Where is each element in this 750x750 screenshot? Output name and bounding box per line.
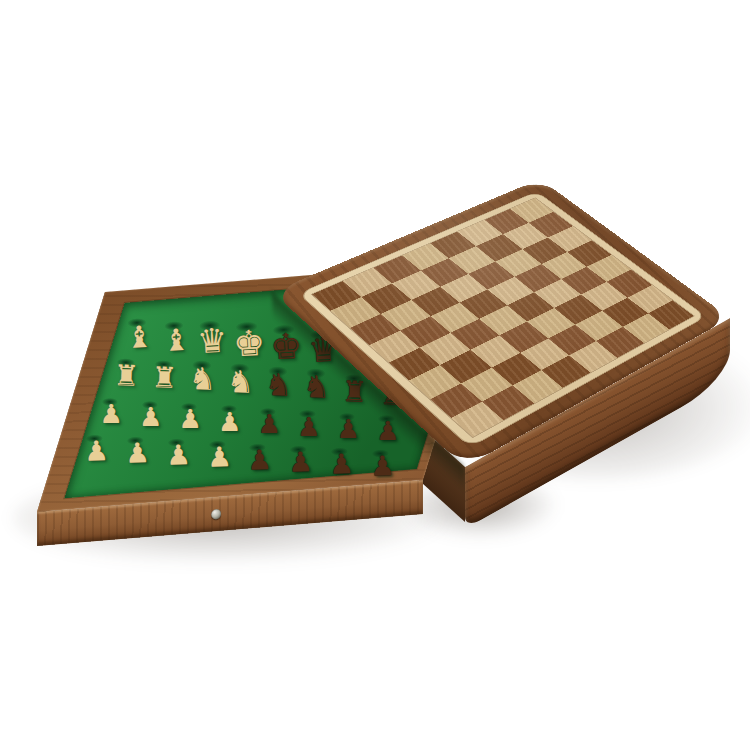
tray-piece-bQ-r1c6: ♛: [307, 333, 339, 368]
tray-piece-bP-r3c7: ♟: [336, 416, 359, 442]
board-square-r0c7: [510, 198, 554, 223]
board-square-r3c6: [541, 252, 586, 279]
tray-piece-wP-r3c1: ♟: [100, 401, 123, 427]
tray-piece-wB-r1c2: ♝: [162, 325, 190, 356]
board-square-r7c5: [596, 327, 644, 358]
chessboard-lid: [272, 179, 730, 467]
board-square-r5c3: [499, 322, 548, 353]
board-square-r1c4: [449, 246, 495, 273]
tray-piece-wP-r3c3: ♟: [179, 406, 202, 432]
board-square-r0c5: [458, 220, 503, 246]
board-square-r3c3: [459, 289, 507, 319]
board-square-r5c0: [409, 365, 461, 399]
board-square-r4c4: [507, 292, 554, 322]
tray-piece-bB-r1c7: ♝: [345, 340, 373, 371]
board-square-r5c6: [581, 282, 627, 311]
board-square-r6c2: [491, 353, 541, 386]
tray-piece-bN-r2c5: ♞: [264, 369, 292, 401]
magnetic-snap-button: [211, 508, 221, 519]
tray-piece-wR-r2c1: ♜: [113, 361, 140, 390]
pieces-layer: ♝♝♛♚♚♛♝♝♜♜♞♞♞♞♜♜♟♟♟♟♟♟♟♟♟♟♟♟♟♟♟♟: [0, 0, 750, 750]
board-square-r7c3: [541, 355, 590, 388]
board-square-r2c0: [350, 314, 400, 345]
board-square-r7c0: [451, 401, 504, 437]
board-square-r4c6: [561, 267, 607, 295]
board-square-r1c2: [392, 271, 440, 300]
board-square-r1c0: [331, 297, 381, 328]
tray-piece-wR-r2c2: ♜: [151, 363, 178, 392]
tray-piece-wP-r4c4: ♟: [206, 443, 232, 471]
tray-piece-wP-r3c4: ♟: [218, 409, 241, 435]
drawer-tray: [37, 260, 491, 512]
lid-sheen: [272, 179, 730, 467]
tray-piece-bK-r1c5: ♚: [269, 328, 302, 365]
board-square-r1c6: [503, 223, 548, 249]
board-square-r5c5: [555, 295, 602, 324]
board-square-r7c4: [569, 341, 618, 373]
box-ground-shadow: [420, 320, 750, 480]
tray-piece-bP-r3c8: ♟: [376, 418, 399, 444]
board-square-r2c7: [547, 226, 591, 252]
board-square-r4c3: [479, 305, 527, 335]
drawer-front-face: [37, 480, 423, 546]
board-square-r2c4: [468, 261, 515, 289]
board-square-r3c0: [369, 330, 420, 362]
board-square-r1c7: [529, 212, 573, 237]
tray-piece-wN-r2c4: ♞: [226, 367, 254, 399]
tray-piece-bN-r2c6: ♞: [302, 372, 330, 404]
board-square-r6c7: [627, 285, 673, 314]
tray-ground-shadow: [12, 468, 462, 568]
board-square-r7c1: [482, 385, 533, 420]
tray-piece-bR-r2c8: ♜: [379, 380, 406, 409]
board-square-r7c6: [622, 313, 669, 343]
board-square-r4c2: [450, 319, 499, 350]
box-right-side-face: [465, 318, 730, 529]
drawer-left-side-face: [37, 292, 105, 540]
maple-frame-strip: [298, 191, 707, 447]
board-square-r0c6: [484, 209, 528, 235]
board-square-r5c4: [527, 308, 575, 338]
tray-piece-wP-r4c1: ♟: [84, 437, 110, 465]
tray-piece-wB-r1c1: ♝: [125, 322, 153, 353]
board-square-r1c3: [421, 258, 468, 286]
board-square-r0c2: [373, 255, 421, 283]
board-square-r0c3: [402, 243, 449, 271]
board-square-r4c1: [420, 333, 470, 365]
board-square-r5c1: [440, 350, 491, 383]
board-square-r0c1: [343, 268, 392, 297]
tray-piece-bB-r1c8: ♝: [382, 343, 410, 374]
board-square-r7c7: [648, 300, 694, 329]
tray-piece-wQ-r1c3: ♛: [197, 324, 229, 359]
board-square-r1c5: [476, 234, 522, 261]
lid-board: [312, 198, 694, 437]
tray-piece-bP-r4c8: ♟: [370, 452, 396, 480]
board-square-r2c2: [411, 287, 459, 317]
board-square-r6c5: [575, 311, 622, 341]
board-square-r1c1: [362, 284, 411, 314]
board-square-r6c4: [548, 324, 596, 355]
board-square-r6c6: [601, 298, 647, 327]
felt-lining: [64, 274, 477, 498]
tray-piece-wP-r4c3: ♟: [165, 441, 191, 469]
board-square-r6c0: [430, 383, 482, 418]
board-square-r2c6: [522, 237, 567, 264]
tray-piece-bP-r3c5: ♟: [257, 411, 280, 437]
board-square-r5c7: [606, 270, 651, 298]
corner-ground-shadow: [400, 470, 560, 540]
board-square-r7c2: [512, 370, 562, 404]
board-square-r0c4: [430, 232, 476, 259]
tray-piece-wK-r1c4: ♚: [232, 325, 265, 362]
board-square-r2c3: [440, 274, 488, 303]
tray-piece-wN-r2c3: ♞: [188, 364, 216, 396]
board-square-r4c5: [534, 279, 581, 308]
box-left-side-face: [272, 292, 465, 522]
board-square-r6c3: [520, 338, 569, 370]
board-square-r2c5: [495, 249, 541, 276]
board-square-r3c7: [567, 240, 612, 267]
scene: ♝♝♛♚♚♛♝♝♜♜♞♞♞♞♜♜♟♟♟♟♟♟♟♟♟♟♟♟♟♟♟♟: [0, 0, 750, 750]
board-square-r5c2: [470, 336, 520, 368]
board-square-r4c7: [586, 255, 631, 282]
board-square-r3c5: [515, 264, 561, 292]
board-square-r0c0: [312, 281, 362, 311]
tray-piece-bP-r4c6: ♟: [288, 448, 314, 476]
lid-cast-shadow: [272, 292, 465, 493]
tray-piece-bP-r3c6: ♟: [297, 413, 320, 439]
tray-piece-bR-r2c7: ♜: [341, 377, 368, 406]
board-square-r3c1: [400, 316, 450, 347]
board-square-r3c4: [487, 277, 534, 306]
board-square-r3c2: [430, 303, 479, 333]
board-square-r4c0: [389, 348, 440, 381]
board-square-r2c1: [381, 300, 430, 331]
tray-piece-wP-r3c2: ♟: [139, 404, 162, 430]
tray-piece-bP-r4c5: ♟: [247, 446, 273, 474]
tray-piece-bP-r4c7: ♟: [329, 450, 355, 478]
board-square-r6c1: [461, 368, 512, 402]
tray-piece-wP-r4c2: ♟: [125, 439, 151, 467]
